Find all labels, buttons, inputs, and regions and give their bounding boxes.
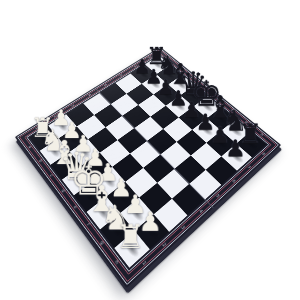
product-photo-background: { "game": "chess", "position": "rnbqkbnr… bbox=[0, 0, 300, 300]
chess-board: aa88bb77cc66dd55ee44ff33gg22hh11 ♜♞♝♛♚♝♞… bbox=[15, 47, 281, 288]
chess-set-photo: aa88bb77cc66dd55ee44ff33gg22hh11 ♜♞♝♛♚♝♞… bbox=[0, 0, 300, 300]
piece-layer: ♜♞♝♛♚♝♞♜♟♟♟♟♟♟♟♟♟♟♟♟♟♟♟♟♜♞♝♛♚♝♞♜ bbox=[15, 47, 281, 288]
board-surface: aa88bb77cc66dd55ee44ff33gg22hh11 ♜♞♝♛♚♝♞… bbox=[15, 47, 281, 288]
black-pawn-icon: ♟ bbox=[213, 137, 259, 160]
white-rook-icon: ♜ bbox=[104, 221, 158, 254]
